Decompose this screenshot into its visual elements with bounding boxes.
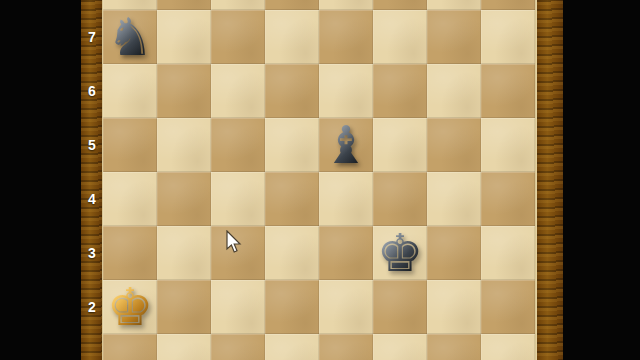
square-a7[interactable]: ♞ [103, 10, 157, 64]
square-d6[interactable] [265, 64, 319, 118]
square-f4[interactable] [373, 172, 427, 226]
square-a3[interactable] [103, 226, 157, 280]
square-a5[interactable] [103, 118, 157, 172]
mouse-cursor [226, 230, 242, 254]
square-b6[interactable] [157, 64, 211, 118]
square-g3[interactable] [427, 226, 481, 280]
square-h1[interactable] [481, 334, 535, 360]
square-e5[interactable]: ♝ [319, 118, 373, 172]
square-g5[interactable] [427, 118, 481, 172]
square-e4[interactable] [319, 172, 373, 226]
square-b2[interactable] [157, 280, 211, 334]
square-f2[interactable] [373, 280, 427, 334]
square-c4[interactable] [211, 172, 265, 226]
square-f1[interactable] [373, 334, 427, 360]
square-d5[interactable] [265, 118, 319, 172]
square-g2[interactable] [427, 280, 481, 334]
rank-label-6: 6 [81, 82, 103, 100]
square-a2[interactable]: ♚ [103, 280, 157, 334]
square-c2[interactable] [211, 280, 265, 334]
square-a1[interactable] [103, 334, 157, 360]
square-h5[interactable] [481, 118, 535, 172]
rank-label-7: 7 [81, 28, 103, 46]
square-h6[interactable] [481, 64, 535, 118]
square-a4[interactable] [103, 172, 157, 226]
blue-frame-line-top [75, 0, 562, 2]
square-h7[interactable] [481, 10, 535, 64]
rank-label-5: 5 [81, 136, 103, 154]
square-e6[interactable] [319, 64, 373, 118]
square-b1[interactable] [157, 334, 211, 360]
black-knight-piece[interactable]: ♞ [107, 10, 154, 64]
white-king-piece[interactable]: ♚ [107, 280, 154, 334]
black-king-piece[interactable]: ♚ [377, 226, 424, 280]
square-d7[interactable] [265, 10, 319, 64]
square-c1[interactable] [211, 334, 265, 360]
square-d2[interactable] [265, 280, 319, 334]
square-e3[interactable] [319, 226, 373, 280]
square-f7[interactable] [373, 10, 427, 64]
rank-label-3: 3 [81, 244, 103, 262]
square-e7[interactable] [319, 10, 373, 64]
square-d3[interactable] [265, 226, 319, 280]
square-d1[interactable] [265, 334, 319, 360]
rank-label-4: 4 [81, 190, 103, 208]
square-c6[interactable] [211, 64, 265, 118]
board: ♞♝♚♚ [103, 0, 535, 360]
square-e2[interactable] [319, 280, 373, 334]
square-f3[interactable]: ♚ [373, 226, 427, 280]
square-b3[interactable] [157, 226, 211, 280]
square-a6[interactable] [103, 64, 157, 118]
square-b5[interactable] [157, 118, 211, 172]
square-g7[interactable] [427, 10, 481, 64]
square-f6[interactable] [373, 64, 427, 118]
board-frame-right-rail [535, 0, 563, 360]
square-b7[interactable] [157, 10, 211, 64]
square-c5[interactable] [211, 118, 265, 172]
square-g4[interactable] [427, 172, 481, 226]
square-g1[interactable] [427, 334, 481, 360]
square-g6[interactable] [427, 64, 481, 118]
square-h2[interactable] [481, 280, 535, 334]
square-e1[interactable] [319, 334, 373, 360]
black-bishop-piece[interactable]: ♝ [323, 118, 370, 172]
square-h3[interactable] [481, 226, 535, 280]
square-b4[interactable] [157, 172, 211, 226]
square-c7[interactable] [211, 10, 265, 64]
square-d4[interactable] [265, 172, 319, 226]
square-h4[interactable] [481, 172, 535, 226]
rank-label-2: 2 [81, 298, 103, 316]
chess-app-window: ♞♝♚♚ 765432 [0, 0, 640, 360]
square-f5[interactable] [373, 118, 427, 172]
